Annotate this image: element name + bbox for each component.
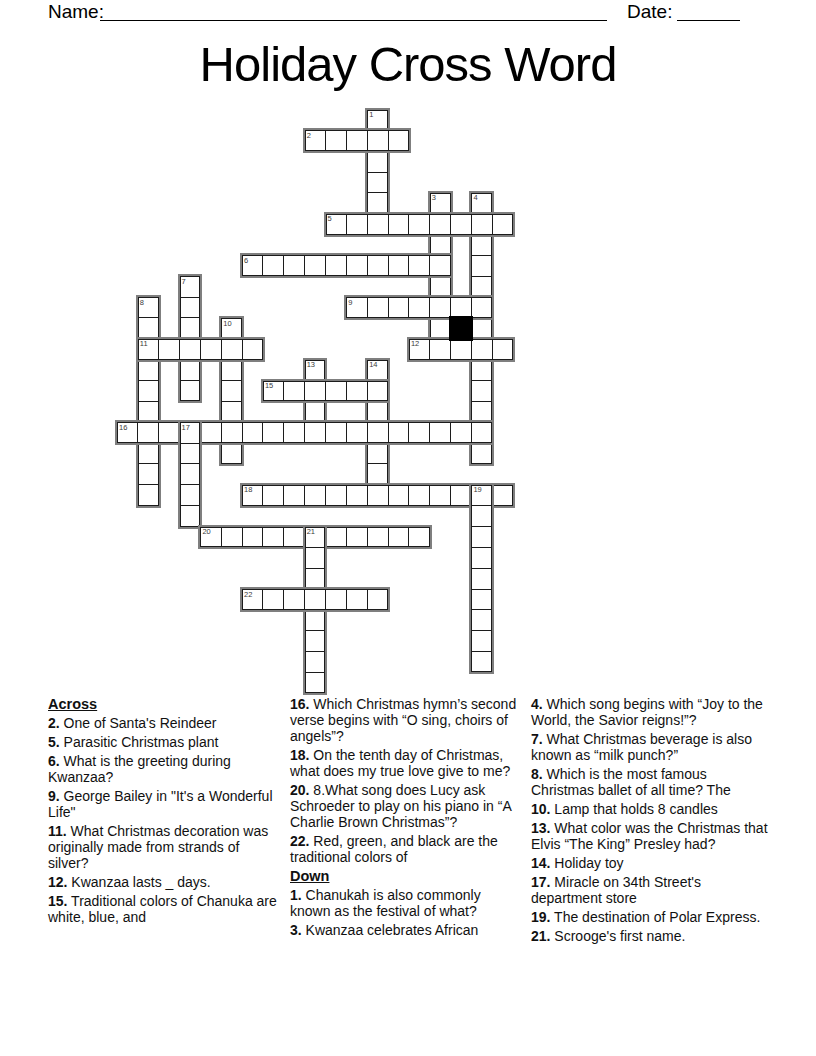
- cell-divider: [283, 381, 284, 402]
- cell-divider: [262, 589, 263, 610]
- clue-number: 16.: [290, 696, 309, 712]
- clue-number: 13.: [531, 820, 550, 836]
- cell-divider: [471, 422, 472, 443]
- cell-number-7: 7: [182, 278, 186, 285]
- cell-divider: [346, 255, 347, 276]
- clue-6-across: 6. What is the greeting during Kwanzaa?: [48, 753, 280, 785]
- cell-divider: [367, 214, 368, 235]
- cell-divider: [471, 568, 492, 569]
- clue-3-down: 3. Kwanzaa celebrates African: [290, 922, 521, 938]
- cell-divider: [367, 255, 368, 276]
- cell-divider: [137, 422, 138, 443]
- cell-number-4: 4: [473, 194, 477, 201]
- clue-number: 1.: [290, 887, 302, 903]
- cell-divider: [179, 339, 180, 360]
- clue-11-across: 11. What Christmas decoration was origin…: [48, 823, 280, 871]
- cell-divider: [367, 485, 368, 506]
- cell-divider: [180, 463, 201, 464]
- clue-number: 20.: [290, 782, 309, 798]
- cell-divider: [262, 255, 263, 276]
- clue-number: 10.: [531, 801, 550, 817]
- cell-divider: [283, 527, 284, 548]
- cell-number-18: 18: [244, 486, 252, 493]
- cell-divider: [180, 443, 201, 444]
- cell-divider: [408, 297, 409, 318]
- cell-divider: [325, 381, 326, 402]
- cell-divider: [283, 589, 284, 610]
- cell-number-6: 6: [244, 257, 248, 264]
- cell-divider: [471, 651, 492, 652]
- cell-divider: [471, 214, 472, 235]
- word-8-down: [136, 295, 161, 508]
- word-11-across: [136, 337, 265, 362]
- cell-number-20: 20: [202, 528, 210, 535]
- cell-divider: [305, 651, 326, 652]
- cell-divider: [367, 589, 368, 610]
- cell-divider: [221, 527, 222, 548]
- clue-number: 11.: [48, 823, 67, 839]
- cell-divider: [471, 609, 492, 610]
- clue-5-across: 5. Parasitic Christmas plant: [48, 734, 280, 750]
- cell-number-12: 12: [411, 340, 419, 347]
- clue-12-across: 12. Kwanzaa lasts _ days.: [48, 874, 280, 890]
- cell-divider: [408, 422, 409, 443]
- cell-number-21: 21: [307, 528, 315, 535]
- cell-divider: [450, 214, 451, 235]
- cell-number-8: 8: [140, 299, 144, 306]
- cell-divider: [304, 485, 305, 506]
- cell-divider: [304, 422, 305, 443]
- cell-divider: [262, 422, 263, 443]
- cell-divider: [429, 214, 430, 235]
- cell-divider: [492, 339, 493, 360]
- cell-number-22: 22: [244, 591, 252, 598]
- cell-divider: [471, 339, 472, 360]
- clue-2-across: 2. One of Santa's Reindeer: [48, 715, 280, 731]
- cell-divider: [138, 401, 159, 402]
- cell-divider: [367, 527, 368, 548]
- cell-divider: [325, 422, 326, 443]
- cell-divider: [367, 172, 388, 173]
- cell-divider: [388, 214, 389, 235]
- cell-divider: [408, 527, 409, 548]
- cell-divider: [180, 484, 201, 485]
- word-22-across: [240, 587, 390, 612]
- cell-divider: [450, 339, 451, 360]
- cell-number-10: 10: [223, 320, 231, 327]
- clue-4-down: 4. Which song begins with “Joy to the Wo…: [531, 696, 773, 728]
- word-17-down: [178, 420, 203, 528]
- clue-7-down: 7. What Christmas beverage is also known…: [531, 731, 773, 763]
- cell-divider: [471, 297, 472, 318]
- cell-divider: [262, 527, 263, 548]
- cell-divider: [429, 485, 430, 506]
- cell-divider: [346, 589, 347, 610]
- clue-8-down: 8. Which is the most famous Christmas ba…: [531, 766, 773, 798]
- cell-divider: [180, 380, 201, 381]
- cell-divider: [138, 380, 159, 381]
- clue-column-right: 4. Which song begins with “Joy to the Wo…: [531, 696, 773, 947]
- clue-20-across: 20. 8.What song does Lucy ask Schroeder …: [290, 782, 521, 830]
- clue-number: 5.: [48, 734, 60, 750]
- black-cell: [449, 316, 474, 341]
- down-header: Down: [290, 868, 521, 884]
- cell-divider: [471, 401, 492, 402]
- cell-divider: [450, 485, 451, 506]
- clue-number: 14.: [531, 855, 550, 871]
- cell-divider: [138, 317, 159, 318]
- clue-number: 7.: [531, 731, 543, 747]
- cell-number-15: 15: [265, 382, 273, 389]
- clue-13-down: 13. What color was the Christmas that El…: [531, 820, 773, 852]
- cell-divider: [304, 589, 305, 610]
- clue-10-down: 10. Lamp that holds 8 candles: [531, 801, 773, 817]
- clue-number: 4.: [531, 696, 543, 712]
- cell-divider: [221, 380, 242, 381]
- cell-divider: [180, 505, 201, 506]
- clue-number: 22.: [290, 833, 309, 849]
- clue-number: 2.: [48, 715, 60, 731]
- cell-divider: [471, 547, 492, 548]
- cell-divider: [471, 380, 492, 381]
- cell-divider: [200, 339, 201, 360]
- clue-number: 6.: [48, 753, 60, 769]
- cell-number-16: 16: [119, 424, 127, 431]
- cell-divider: [388, 422, 389, 443]
- cell-divider: [450, 422, 451, 443]
- cell-divider: [429, 422, 430, 443]
- cell-number-5: 5: [328, 215, 332, 222]
- cell-divider: [283, 422, 284, 443]
- cell-divider: [221, 401, 242, 402]
- cell-divider: [367, 130, 368, 151]
- word-5-across: [324, 212, 516, 237]
- clue-number: 8.: [531, 766, 543, 782]
- clue-number: 15.: [48, 893, 67, 909]
- clue-number: 12.: [48, 874, 67, 890]
- cell-divider: [429, 255, 430, 276]
- clue-14-down: 14. Holiday toy: [531, 855, 773, 871]
- cell-divider: [283, 485, 284, 506]
- clue-column-left: Across2. One of Santa's Reindeer5. Paras…: [48, 696, 280, 928]
- cell-divider: [367, 381, 368, 402]
- cell-divider: [429, 297, 430, 318]
- cell-divider: [283, 255, 284, 276]
- cell-divider: [388, 527, 389, 548]
- clue-column-middle: 16. Which Christmas hymn’s second verse …: [290, 696, 521, 941]
- cell-divider: [492, 214, 493, 235]
- cell-number-3: 3: [432, 194, 436, 201]
- clue-number: 19.: [531, 909, 550, 925]
- cell-divider: [388, 255, 389, 276]
- cell-divider: [221, 422, 222, 443]
- word-19-down: [469, 483, 494, 675]
- cell-number-13: 13: [307, 361, 315, 368]
- cell-divider: [471, 276, 492, 277]
- cell-divider: [346, 485, 347, 506]
- cell-divider: [367, 297, 368, 318]
- cell-number-19: 19: [473, 486, 481, 493]
- cell-divider: [325, 589, 326, 610]
- clue-21-down: 21. Scrooge's first name.: [531, 928, 773, 944]
- word-2-across: [303, 128, 411, 153]
- cell-number-2: 2: [307, 132, 311, 139]
- cell-divider: [325, 255, 326, 276]
- cell-divider: [367, 463, 388, 464]
- cell-divider: [388, 130, 389, 151]
- cell-number-1: 1: [369, 111, 373, 118]
- cell-divider: [346, 130, 347, 151]
- cell-divider: [242, 339, 243, 360]
- clue-22-across: 22. Red, green, and black are the tradit…: [290, 833, 521, 865]
- cell-divider: [388, 297, 389, 318]
- cell-divider: [471, 255, 492, 256]
- cell-divider: [304, 255, 305, 276]
- word-15-across: [261, 379, 390, 404]
- clue-number: 21.: [531, 928, 550, 944]
- clue-17-down: 17. Miracle on 34th Street's department …: [531, 874, 773, 906]
- cell-divider: [242, 422, 243, 443]
- cell-divider: [158, 339, 159, 360]
- clue-number: 9.: [48, 788, 60, 804]
- clue-19-down: 19. The destination of Polar Express.: [531, 909, 773, 925]
- cell-divider: [471, 526, 492, 527]
- cell-divider: [325, 130, 326, 151]
- clue-number: 18.: [290, 747, 309, 763]
- cell-divider: [325, 485, 326, 506]
- cell-divider: [429, 339, 430, 360]
- cell-number-17: 17: [182, 424, 190, 431]
- cell-divider: [242, 527, 243, 548]
- cell-number-14: 14: [369, 361, 377, 368]
- cell-divider: [408, 255, 409, 276]
- cell-number-11: 11: [140, 340, 148, 347]
- cell-divider: [408, 214, 409, 235]
- clue-9-across: 9. George Bailey in "It's a Wonderful Li…: [48, 788, 280, 820]
- cell-divider: [367, 422, 368, 443]
- cell-divider: [305, 630, 326, 631]
- cell-divider: [471, 630, 492, 631]
- cell-divider: [180, 317, 201, 318]
- cell-divider: [305, 568, 326, 569]
- clue-16-across: 16. Which Christmas hymn’s second verse …: [290, 696, 521, 744]
- cell-divider: [450, 297, 451, 318]
- word-16-across: [115, 420, 494, 445]
- cell-divider: [221, 339, 222, 360]
- clue-15-across: 15. Traditional colors of Chanuka are wh…: [48, 893, 280, 925]
- clue-18-across: 18. On the tenth day of Christmas, what …: [290, 747, 521, 779]
- clue-number: 3.: [290, 922, 302, 938]
- cell-divider: [471, 505, 492, 506]
- cell-divider: [346, 214, 347, 235]
- cell-divider: [346, 527, 347, 548]
- cell-divider: [346, 381, 347, 402]
- cell-divider: [305, 672, 326, 673]
- clue-1-down: 1. Chanukah is also commonly known as th…: [290, 887, 521, 919]
- worksheet-page: Name: Date: Holiday Cross Word 123456789…: [0, 0, 816, 1056]
- cell-divider: [471, 589, 492, 590]
- cell-divider: [138, 484, 159, 485]
- cell-divider: [305, 547, 326, 548]
- cell-number-9: 9: [348, 299, 352, 306]
- cell-divider: [367, 192, 388, 193]
- cell-divider: [158, 422, 159, 443]
- cell-divider: [262, 485, 263, 506]
- cell-divider: [408, 485, 409, 506]
- clue-number: 17.: [531, 874, 550, 890]
- cell-divider: [180, 297, 201, 298]
- across-header: Across: [48, 696, 280, 712]
- word-6-across: [240, 253, 453, 278]
- cell-divider: [304, 381, 305, 402]
- cell-divider: [388, 485, 389, 506]
- cell-divider: [346, 422, 347, 443]
- cell-divider: [138, 463, 159, 464]
